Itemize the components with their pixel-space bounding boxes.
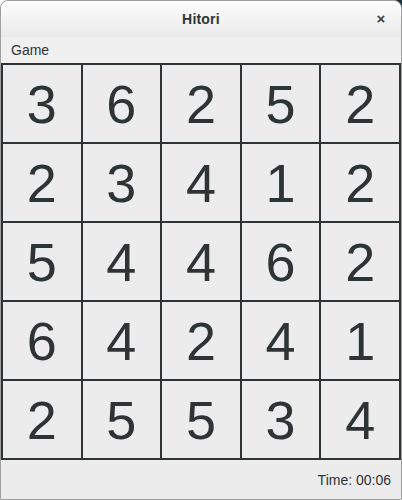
hitori-cell-r2c1[interactable]: 2 [3,144,81,221]
hitori-cell-r1c4[interactable]: 5 [242,65,320,142]
hitori-cell-r5c1[interactable]: 2 [3,381,81,458]
hitori-cell-r3c3[interactable]: 4 [162,223,240,300]
hitori-cell-r3c2[interactable]: 4 [83,223,161,300]
hitori-window: Hitori × Game 3625223412544626424125534 … [0,0,402,500]
hitori-cell-r5c2[interactable]: 5 [83,381,161,458]
hitori-cell-r4c4[interactable]: 4 [242,302,320,379]
hitori-cell-r1c2[interactable]: 6 [83,65,161,142]
screen: Hitori × Game 3625223412544626424125534 … [0,0,402,500]
menu-item-game[interactable]: Game [1,37,59,63]
hitori-cell-r1c3[interactable]: 2 [162,65,240,142]
hitori-board: 3625223412544626424125534 [1,63,401,460]
hitori-cell-r5c3[interactable]: 5 [162,381,240,458]
hitori-cell-r4c2[interactable]: 4 [83,302,161,379]
hitori-cell-r2c3[interactable]: 4 [162,144,240,221]
close-icon[interactable]: × [371,9,391,29]
hitori-cell-r5c5[interactable]: 4 [321,381,399,458]
hitori-cell-r4c3[interactable]: 2 [162,302,240,379]
hitori-cell-r3c4[interactable]: 6 [242,223,320,300]
hitori-cell-r3c5[interactable]: 2 [321,223,399,300]
hitori-cell-r1c5[interactable]: 2 [321,65,399,142]
hitori-cell-r2c2[interactable]: 3 [83,144,161,221]
hitori-cell-r2c5[interactable]: 2 [321,144,399,221]
statusbar: Time: 00:06 [1,460,401,499]
hitori-cell-r1c1[interactable]: 3 [3,65,81,142]
hitori-cell-r4c1[interactable]: 6 [3,302,81,379]
hitori-cell-r4c5[interactable]: 1 [321,302,399,379]
hitori-cell-r5c4[interactable]: 3 [242,381,320,458]
timer-label: Time: 00:06 [318,472,391,488]
window-title: Hitori [182,11,220,27]
titlebar: Hitori × [1,1,401,37]
menubar: Game [1,37,401,63]
hitori-cell-r2c4[interactable]: 1 [242,144,320,221]
hitori-cell-r3c1[interactable]: 5 [3,223,81,300]
